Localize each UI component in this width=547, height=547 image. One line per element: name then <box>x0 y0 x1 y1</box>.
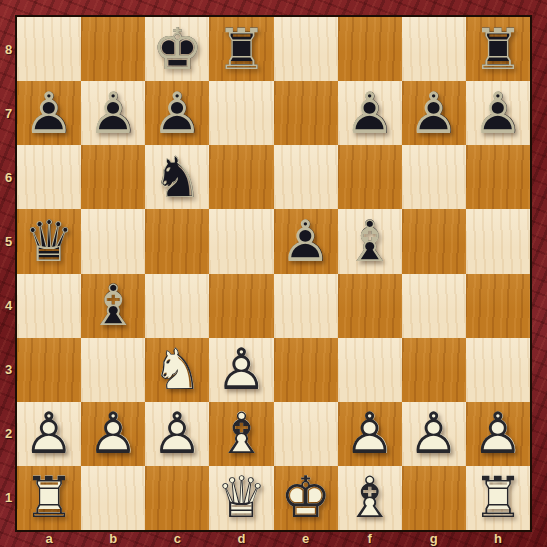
piece-black-pawn[interactable]: ♟♙ <box>338 81 402 145</box>
square-c1[interactable] <box>145 466 209 530</box>
square-e3[interactable] <box>274 338 338 402</box>
square-f6[interactable] <box>338 145 402 209</box>
file-label-e: e <box>274 530 338 547</box>
square-e1[interactable]: ♚♔ <box>274 466 338 530</box>
square-c4[interactable] <box>145 274 209 338</box>
square-g3[interactable] <box>402 338 466 402</box>
piece-white-pawn[interactable]: ♟♙ <box>17 402 81 466</box>
square-h2[interactable]: ♟♙ <box>466 402 530 466</box>
pawn-glyph-outline: ♙ <box>402 81 466 145</box>
square-f4[interactable] <box>338 274 402 338</box>
square-g7[interactable]: ♟♙ <box>402 81 466 145</box>
rank-label-8: 8 <box>0 17 17 81</box>
piece-black-pawn[interactable]: ♟♙ <box>466 81 530 145</box>
file-label-f: f <box>338 530 402 547</box>
square-g5[interactable] <box>402 209 466 273</box>
piece-black-rook[interactable]: ♜♖ <box>209 17 273 81</box>
piece-white-bishop[interactable]: ♝♗ <box>209 402 273 466</box>
file-label-h: h <box>466 530 530 547</box>
pawn-glyph-outline: ♙ <box>466 402 530 466</box>
piece-white-pawn[interactable]: ♟♙ <box>402 402 466 466</box>
square-h4[interactable] <box>466 274 530 338</box>
rank-label-3: 3 <box>0 338 17 402</box>
file-label-g: g <box>402 530 466 547</box>
square-b5[interactable] <box>81 209 145 273</box>
piece-black-pawn[interactable]: ♟♙ <box>145 81 209 145</box>
square-h6[interactable] <box>466 145 530 209</box>
queen-glyph-outline: ♕ <box>209 466 273 530</box>
piece-black-bishop[interactable]: ♝♗ <box>338 209 402 273</box>
file-label-c: c <box>145 530 209 547</box>
pawn-glyph-outline: ♙ <box>81 81 145 145</box>
square-b8[interactable] <box>81 17 145 81</box>
square-e4[interactable] <box>274 274 338 338</box>
square-e6[interactable] <box>274 145 338 209</box>
square-a2[interactable]: ♟♙ <box>17 402 81 466</box>
king-glyph-outline: ♔ <box>274 466 338 530</box>
square-f3[interactable] <box>338 338 402 402</box>
knight-glyph-outline: ♘ <box>145 338 209 402</box>
square-e2[interactable] <box>274 402 338 466</box>
piece-white-pawn[interactable]: ♟♙ <box>338 402 402 466</box>
square-d3[interactable]: ♟♙ <box>209 338 273 402</box>
chess-board-frame: 87654321 abcdefgh ♚♔♜♖♜♖♟♙♟♙♟♙♟♙♟♙♟♙♞♘♛♕… <box>0 0 547 547</box>
square-a1[interactable]: ♜♖ <box>17 466 81 530</box>
bishop-glyph-outline: ♗ <box>338 209 402 273</box>
square-e5[interactable]: ♟♙ <box>274 209 338 273</box>
square-f5[interactable]: ♝♗ <box>338 209 402 273</box>
piece-black-bishop[interactable]: ♝♗ <box>81 274 145 338</box>
square-f1[interactable]: ♝♗ <box>338 466 402 530</box>
rook-glyph-outline: ♖ <box>466 466 530 530</box>
knight-glyph-outline: ♘ <box>145 145 209 209</box>
rank-label-2: 2 <box>0 402 17 466</box>
file-label-d: d <box>209 530 273 547</box>
square-d1[interactable]: ♛♕ <box>209 466 273 530</box>
rank-label-1: 1 <box>0 466 17 530</box>
rank-labels: 87654321 <box>0 17 17 530</box>
square-b6[interactable] <box>81 145 145 209</box>
square-h8[interactable]: ♜♖ <box>466 17 530 81</box>
square-g4[interactable] <box>402 274 466 338</box>
square-a8[interactable] <box>17 17 81 81</box>
pawn-glyph-outline: ♙ <box>402 402 466 466</box>
king-glyph-outline: ♔ <box>145 17 209 81</box>
piece-white-pawn[interactable]: ♟♙ <box>145 402 209 466</box>
square-h5[interactable] <box>466 209 530 273</box>
pawn-glyph-outline: ♙ <box>338 81 402 145</box>
piece-black-pawn[interactable]: ♟♙ <box>402 81 466 145</box>
square-g1[interactable] <box>402 466 466 530</box>
bishop-glyph-outline: ♗ <box>209 402 273 466</box>
square-d7[interactable] <box>209 81 273 145</box>
rook-glyph-outline: ♖ <box>466 17 530 81</box>
square-g8[interactable] <box>402 17 466 81</box>
square-e7[interactable] <box>274 81 338 145</box>
piece-black-pawn[interactable]: ♟♙ <box>17 81 81 145</box>
piece-white-bishop[interactable]: ♝♗ <box>338 466 402 530</box>
pawn-glyph-outline: ♙ <box>466 81 530 145</box>
piece-white-rook[interactable]: ♜♖ <box>17 466 81 530</box>
square-b4[interactable]: ♝♗ <box>81 274 145 338</box>
file-label-b: b <box>81 530 145 547</box>
piece-white-king[interactable]: ♚♔ <box>274 466 338 530</box>
pawn-glyph-outline: ♙ <box>274 209 338 273</box>
square-h1[interactable]: ♜♖ <box>466 466 530 530</box>
rank-label-7: 7 <box>0 81 17 145</box>
square-d8[interactable]: ♜♖ <box>209 17 273 81</box>
rank-label-4: 4 <box>0 274 17 338</box>
square-a3[interactable] <box>17 338 81 402</box>
piece-white-rook[interactable]: ♜♖ <box>466 466 530 530</box>
square-a6[interactable] <box>17 145 81 209</box>
square-f7[interactable]: ♟♙ <box>338 81 402 145</box>
square-b7[interactable]: ♟♙ <box>81 81 145 145</box>
pawn-glyph-outline: ♙ <box>338 402 402 466</box>
square-a5[interactable]: ♛♕ <box>17 209 81 273</box>
square-e8[interactable] <box>274 17 338 81</box>
square-f8[interactable] <box>338 17 402 81</box>
square-c5[interactable] <box>145 209 209 273</box>
rook-glyph-outline: ♖ <box>209 17 273 81</box>
square-a7[interactable]: ♟♙ <box>17 81 81 145</box>
piece-white-pawn[interactable]: ♟♙ <box>81 402 145 466</box>
piece-black-pawn[interactable]: ♟♙ <box>274 209 338 273</box>
chess-board: ♚♔♜♖♜♖♟♙♟♙♟♙♟♙♟♙♟♙♞♘♛♕♟♙♝♗♝♗♞♘♟♙♟♙♟♙♟♙♝♗… <box>17 17 530 530</box>
square-a4[interactable] <box>17 274 81 338</box>
square-d4[interactable] <box>209 274 273 338</box>
square-f2[interactable]: ♟♙ <box>338 402 402 466</box>
square-b3[interactable] <box>81 338 145 402</box>
square-c2[interactable]: ♟♙ <box>145 402 209 466</box>
file-label-a: a <box>17 530 81 547</box>
square-b2[interactable]: ♟♙ <box>81 402 145 466</box>
queen-glyph-outline: ♕ <box>17 209 81 273</box>
rook-glyph-outline: ♖ <box>17 466 81 530</box>
piece-black-queen[interactable]: ♛♕ <box>17 209 81 273</box>
piece-black-knight[interactable]: ♞♘ <box>145 145 209 209</box>
piece-white-knight[interactable]: ♞♘ <box>145 338 209 402</box>
pawn-glyph-outline: ♙ <box>17 81 81 145</box>
square-c6[interactable]: ♞♘ <box>145 145 209 209</box>
square-d2[interactable]: ♝♗ <box>209 402 273 466</box>
bishop-glyph-outline: ♗ <box>81 274 145 338</box>
pawn-glyph-outline: ♙ <box>17 402 81 466</box>
pawn-glyph-outline: ♙ <box>145 402 209 466</box>
bishop-glyph-outline: ♗ <box>338 466 402 530</box>
piece-white-pawn[interactable]: ♟♙ <box>466 402 530 466</box>
square-h7[interactable]: ♟♙ <box>466 81 530 145</box>
file-labels: abcdefgh <box>17 530 530 547</box>
piece-black-pawn[interactable]: ♟♙ <box>81 81 145 145</box>
piece-white-queen[interactable]: ♛♕ <box>209 466 273 530</box>
piece-black-king[interactable]: ♚♔ <box>145 17 209 81</box>
square-g2[interactable]: ♟♙ <box>402 402 466 466</box>
square-b1[interactable] <box>81 466 145 530</box>
square-c7[interactable]: ♟♙ <box>145 81 209 145</box>
pawn-glyph-outline: ♙ <box>145 81 209 145</box>
pawn-glyph-outline: ♙ <box>81 402 145 466</box>
square-c8[interactable]: ♚♔ <box>145 17 209 81</box>
rank-label-5: 5 <box>0 209 17 273</box>
piece-white-pawn[interactable]: ♟♙ <box>209 338 273 402</box>
square-h3[interactable] <box>466 338 530 402</box>
square-d5[interactable] <box>209 209 273 273</box>
rank-label-6: 6 <box>0 145 17 209</box>
piece-black-rook[interactable]: ♜♖ <box>466 17 530 81</box>
square-g6[interactable] <box>402 145 466 209</box>
square-c3[interactable]: ♞♘ <box>145 338 209 402</box>
square-d6[interactable] <box>209 145 273 209</box>
pawn-glyph-outline: ♙ <box>209 338 273 402</box>
